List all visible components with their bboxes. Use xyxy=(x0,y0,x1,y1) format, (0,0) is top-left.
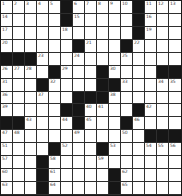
clue-number-60: 60 xyxy=(2,169,8,174)
cell-r5c6[interactable] xyxy=(73,66,85,79)
cell-r2c8[interactable] xyxy=(97,27,109,40)
cell-r11c6[interactable] xyxy=(73,143,85,156)
clue-number-8: 8 xyxy=(98,1,101,6)
clue-number-37: 37 xyxy=(38,92,44,97)
cell-r10c5[interactable] xyxy=(61,130,73,143)
clue-number-50: 50 xyxy=(122,130,128,135)
cell-r3c5[interactable] xyxy=(61,40,73,53)
black-cell-r13c3 xyxy=(37,169,49,182)
clue-number-46: 46 xyxy=(134,117,140,122)
cell-r11c9[interactable]: 53 xyxy=(109,143,121,156)
cell-r2c5[interactable]: 18 xyxy=(61,27,73,40)
clue-number-62: 62 xyxy=(122,169,128,174)
cell-r13c7[interactable] xyxy=(85,169,97,182)
clue-number-30: 30 xyxy=(110,66,116,71)
cell-r6c6[interactable] xyxy=(73,79,85,92)
clue-number-64: 64 xyxy=(50,182,56,187)
cell-r5c11[interactable] xyxy=(133,66,145,79)
cell-r14c10[interactable]: 65 xyxy=(121,182,133,195)
clue-number-58: 58 xyxy=(50,156,56,161)
cell-r12c7[interactable] xyxy=(85,156,97,169)
cell-r11c1[interactable] xyxy=(13,143,25,156)
clue-number-23: 23 xyxy=(38,53,44,58)
clue-number-24: 24 xyxy=(74,53,80,58)
clue-number-57: 57 xyxy=(2,156,8,161)
cell-r1c0[interactable]: 14 xyxy=(1,14,13,27)
black-cell-r6c9 xyxy=(109,79,121,92)
cell-r14c7[interactable] xyxy=(85,182,97,195)
black-cell-r1c11 xyxy=(133,14,145,27)
cell-r1c8[interactable] xyxy=(97,14,109,27)
clue-number-42: 42 xyxy=(146,104,152,109)
cell-r5c5[interactable]: 29 xyxy=(61,66,73,79)
cell-r8c9[interactable] xyxy=(109,104,121,117)
cell-r3c0[interactable]: 20 xyxy=(1,40,13,53)
clue-number-55: 55 xyxy=(158,143,164,148)
cell-r12c0[interactable]: 57 xyxy=(1,156,13,169)
clue-number-59: 59 xyxy=(98,156,104,161)
clue-number-65: 65 xyxy=(122,182,128,187)
clue-number-43: 43 xyxy=(26,117,32,122)
clue-number-28: 28 xyxy=(26,66,32,71)
black-cell-r9c10 xyxy=(121,117,133,130)
cell-r1c10[interactable] xyxy=(121,14,133,27)
black-cell-r8c11 xyxy=(133,104,145,117)
cell-r1c12[interactable]: 16 xyxy=(145,14,157,27)
cell-r1c6[interactable]: 15 xyxy=(73,14,85,27)
clue-number-21: 21 xyxy=(86,40,92,45)
cell-r9c12[interactable] xyxy=(145,117,157,130)
clue-number-6: 6 xyxy=(74,1,77,6)
cell-r6c10[interactable]: 33 xyxy=(121,79,133,92)
cell-r4c14[interactable] xyxy=(169,53,181,66)
cell-r0c7[interactable]: 7 xyxy=(85,1,97,14)
cell-r12c5[interactable] xyxy=(61,156,73,169)
cell-r11c3[interactable] xyxy=(37,143,49,156)
black-cell-r5c8 xyxy=(97,66,109,79)
clue-number-20: 20 xyxy=(2,40,8,45)
cell-r5c12[interactable] xyxy=(145,66,157,79)
cell-r13c0[interactable]: 60 xyxy=(1,169,13,182)
cell-r8c10[interactable] xyxy=(121,104,133,117)
crossword-grid: 1234567891011121314151617181920212223242… xyxy=(0,0,182,196)
cell-r7c1[interactable] xyxy=(13,92,25,105)
cell-r9c11[interactable]: 46 xyxy=(133,117,145,130)
cell-r1c3[interactable] xyxy=(37,14,49,27)
cell-r2c2[interactable] xyxy=(25,27,37,40)
cell-r5c0[interactable]: 26 xyxy=(1,66,13,79)
cell-r11c0[interactable]: 51 xyxy=(1,143,13,156)
cell-r10c2[interactable] xyxy=(25,130,37,143)
cell-r14c2[interactable] xyxy=(25,182,37,195)
black-cell-r8c5 xyxy=(61,104,73,117)
black-cell-r3c10 xyxy=(121,40,133,53)
cell-r10c11[interactable] xyxy=(133,130,145,143)
cell-r12c12[interactable] xyxy=(145,156,157,169)
cell-r11c13[interactable]: 55 xyxy=(157,143,169,156)
cell-r14c6[interactable] xyxy=(73,182,85,195)
cell-r1c13[interactable] xyxy=(157,14,169,27)
cell-r2c12[interactable]: 19 xyxy=(145,27,157,40)
cell-r7c2[interactable] xyxy=(25,92,37,105)
cell-r13c13[interactable] xyxy=(157,169,169,182)
cell-r12c10[interactable] xyxy=(121,156,133,169)
cell-r6c4[interactable]: 32 xyxy=(49,79,61,92)
cell-r2c9[interactable] xyxy=(109,27,121,40)
clue-number-26: 26 xyxy=(2,66,8,71)
black-cell-r1c5 xyxy=(61,14,73,27)
black-cell-r3c6 xyxy=(73,40,85,53)
cell-r3c4[interactable] xyxy=(49,40,61,53)
cell-r12c14[interactable] xyxy=(169,156,181,169)
black-cell-r4c2 xyxy=(25,53,37,66)
cell-r0c0[interactable]: 1 xyxy=(1,1,13,14)
black-cell-r9c1 xyxy=(13,117,25,130)
cell-r9c2[interactable]: 43 xyxy=(25,117,37,130)
cell-r12c4[interactable]: 58 xyxy=(49,156,61,169)
cell-r3c2[interactable] xyxy=(25,40,37,53)
cell-r3c13[interactable] xyxy=(157,40,169,53)
cell-r12c6[interactable] xyxy=(73,156,85,169)
cell-r13c14[interactable] xyxy=(169,169,181,182)
clue-number-34: 34 xyxy=(158,79,164,84)
cell-r8c4[interactable] xyxy=(49,104,61,117)
cell-r7c14[interactable] xyxy=(169,92,181,105)
black-cell-r7c8 xyxy=(97,92,109,105)
cell-r13c6[interactable] xyxy=(73,169,85,182)
clue-number-13: 13 xyxy=(170,1,176,6)
cell-r5c3[interactable] xyxy=(37,66,49,79)
cell-r7c0[interactable]: 36 xyxy=(1,92,13,105)
clue-number-11: 11 xyxy=(146,1,152,6)
clue-number-19: 19 xyxy=(146,27,152,32)
clue-number-9: 9 xyxy=(110,1,113,6)
black-cell-r9c6 xyxy=(73,117,85,130)
cell-r6c14[interactable]: 35 xyxy=(169,79,181,92)
black-cell-r8c6 xyxy=(73,104,85,117)
cell-r4c4[interactable] xyxy=(49,53,61,66)
clue-number-22: 22 xyxy=(134,40,140,45)
black-cell-r14c9 xyxy=(109,182,121,195)
black-cell-r11c8 xyxy=(97,143,109,156)
cell-r9c13[interactable] xyxy=(157,117,169,130)
cell-r8c13[interactable] xyxy=(157,104,169,117)
cell-r11c10[interactable] xyxy=(121,143,133,156)
cell-r12c1[interactable] xyxy=(13,156,25,169)
cell-r13c8[interactable] xyxy=(97,169,109,182)
cell-r3c8[interactable] xyxy=(97,40,109,53)
cell-r2c14[interactable] xyxy=(169,27,181,40)
cell-r14c5[interactable] xyxy=(61,182,73,195)
black-cell-r10c13 xyxy=(157,130,169,143)
cell-r10c7[interactable] xyxy=(85,130,97,143)
cell-r2c1[interactable] xyxy=(13,27,25,40)
cell-r3c7[interactable]: 21 xyxy=(85,40,97,53)
cell-r8c14[interactable] xyxy=(169,104,181,117)
black-cell-r13c9 xyxy=(109,169,121,182)
cell-r3c9[interactable] xyxy=(109,40,121,53)
cell-r7c9[interactable]: 38 xyxy=(109,92,121,105)
clue-number-25: 25 xyxy=(122,53,128,58)
clue-number-45: 45 xyxy=(86,117,92,122)
cell-r5c9[interactable]: 30 xyxy=(109,66,121,79)
black-cell-r2c11 xyxy=(133,27,145,40)
cell-r6c5[interactable] xyxy=(61,79,73,92)
cell-r7c13[interactable] xyxy=(157,92,169,105)
cell-r13c5[interactable] xyxy=(61,169,73,182)
cell-r9c5[interactable]: 44 xyxy=(61,117,73,130)
cell-r2c13[interactable] xyxy=(157,27,169,40)
black-cell-r5c13 xyxy=(157,66,169,79)
cell-r0c8[interactable]: 8 xyxy=(97,1,109,14)
black-cell-r5c4 xyxy=(49,66,61,79)
black-cell-r0c11 xyxy=(133,1,145,14)
cell-r6c11[interactable] xyxy=(133,79,145,92)
cell-r1c2[interactable] xyxy=(25,14,37,27)
clue-number-3: 3 xyxy=(26,1,29,6)
clue-number-40: 40 xyxy=(86,104,92,109)
clue-number-53: 53 xyxy=(110,143,116,148)
clue-number-63: 63 xyxy=(2,182,8,187)
cell-r12c2[interactable] xyxy=(25,156,37,169)
cell-r4c7[interactable] xyxy=(85,53,97,66)
cell-r7c5[interactable] xyxy=(61,92,73,105)
black-cell-r11c4 xyxy=(49,143,61,156)
cell-r9c8[interactable] xyxy=(97,117,109,130)
cell-r14c12[interactable] xyxy=(145,182,157,195)
clue-number-29: 29 xyxy=(62,66,68,71)
cell-r14c1[interactable] xyxy=(13,182,25,195)
cell-r6c7[interactable] xyxy=(85,79,97,92)
cell-r10c3[interactable] xyxy=(37,130,49,143)
cell-r8c2[interactable] xyxy=(25,104,37,117)
cell-r10c0[interactable]: 47 xyxy=(1,130,13,143)
clue-number-52: 52 xyxy=(62,143,68,148)
cell-r13c4[interactable]: 61 xyxy=(49,169,61,182)
cell-r8c8[interactable]: 41 xyxy=(97,104,109,117)
cell-r11c12[interactable]: 54 xyxy=(145,143,157,156)
clue-number-7: 7 xyxy=(86,1,89,6)
cell-r2c6[interactable] xyxy=(73,27,85,40)
cell-r8c0[interactable]: 39 xyxy=(1,104,13,117)
cell-r0c4[interactable]: 5 xyxy=(49,1,61,14)
cell-r10c10[interactable]: 50 xyxy=(121,130,133,143)
cell-r4c8[interactable] xyxy=(97,53,109,66)
cell-r4c9[interactable] xyxy=(109,53,121,66)
cell-r6c2[interactable] xyxy=(25,79,37,92)
cell-r0c14[interactable]: 13 xyxy=(169,1,181,14)
cell-r6c13[interactable]: 34 xyxy=(157,79,169,92)
cell-r9c14[interactable] xyxy=(169,117,181,130)
cell-r8c7[interactable]: 40 xyxy=(85,104,97,117)
cell-r12c9[interactable] xyxy=(109,156,121,169)
cell-r0c2[interactable]: 3 xyxy=(25,1,37,14)
black-cell-r0c5 xyxy=(61,1,73,14)
clue-number-33: 33 xyxy=(122,79,128,84)
cell-r2c0[interactable]: 17 xyxy=(1,27,13,40)
cell-r7c11[interactable] xyxy=(133,92,145,105)
cell-r9c9[interactable] xyxy=(109,117,121,130)
cell-r0c3[interactable]: 4 xyxy=(37,1,49,14)
cell-r3c11[interactable]: 22 xyxy=(133,40,145,53)
clue-number-27: 27 xyxy=(14,66,20,71)
cell-r13c2[interactable] xyxy=(25,169,37,182)
cell-r4c6[interactable]: 24 xyxy=(73,53,85,66)
cell-r4c10[interactable]: 25 xyxy=(121,53,133,66)
cell-r1c14[interactable] xyxy=(169,14,181,27)
clue-number-44: 44 xyxy=(62,117,68,122)
cell-r11c5[interactable]: 52 xyxy=(61,143,73,156)
black-cell-r7c7 xyxy=(85,92,97,105)
cell-r3c14[interactable] xyxy=(169,40,181,53)
cell-r14c11[interactable] xyxy=(133,182,145,195)
clue-number-4: 4 xyxy=(38,1,41,6)
cell-r5c2[interactable]: 28 xyxy=(25,66,37,79)
clue-number-16: 16 xyxy=(146,14,152,19)
clue-number-5: 5 xyxy=(50,1,53,6)
clue-number-36: 36 xyxy=(2,92,8,97)
cell-r4c13[interactable] xyxy=(157,53,169,66)
cell-r2c3[interactable] xyxy=(37,27,49,40)
cell-r9c7[interactable]: 45 xyxy=(85,117,97,130)
black-cell-r10c14 xyxy=(169,130,181,143)
cell-r0c10[interactable]: 10 xyxy=(121,1,133,14)
cell-r3c3[interactable] xyxy=(37,40,49,53)
cell-r6c12[interactable] xyxy=(145,79,157,92)
clue-number-12: 12 xyxy=(158,1,164,6)
black-cell-r7c6 xyxy=(73,92,85,105)
cell-r11c11[interactable] xyxy=(133,143,145,156)
cell-r12c11[interactable] xyxy=(133,156,145,169)
cell-r1c7[interactable] xyxy=(85,14,97,27)
cell-r9c3[interactable] xyxy=(37,117,49,130)
cell-r5c10[interactable] xyxy=(121,66,133,79)
clue-number-1: 1 xyxy=(2,1,5,6)
cell-r4c3[interactable]: 23 xyxy=(37,53,49,66)
black-cell-r12c3 xyxy=(37,156,49,169)
clue-number-49: 49 xyxy=(74,130,80,135)
cell-r1c1[interactable] xyxy=(13,14,25,27)
cell-r13c12[interactable] xyxy=(145,169,157,182)
black-cell-r4c0 xyxy=(1,53,13,66)
cell-r3c12[interactable] xyxy=(145,40,157,53)
black-cell-r6c8 xyxy=(97,79,109,92)
cell-r14c4[interactable]: 64 xyxy=(49,182,61,195)
cell-r10c4[interactable] xyxy=(49,130,61,143)
black-cell-r14c3 xyxy=(37,182,49,195)
clue-number-39: 39 xyxy=(2,104,8,109)
clue-number-18: 18 xyxy=(62,27,68,32)
black-cell-r9c0 xyxy=(1,117,13,130)
cell-r7c4[interactable] xyxy=(49,92,61,105)
cell-r10c6[interactable]: 49 xyxy=(73,130,85,143)
clue-number-2: 2 xyxy=(14,1,17,6)
black-cell-r4c1 xyxy=(13,53,25,66)
cell-r1c9[interactable] xyxy=(109,14,121,27)
cell-r4c12[interactable] xyxy=(145,53,157,66)
cell-r7c3[interactable]: 37 xyxy=(37,92,49,105)
cell-r2c4[interactable] xyxy=(49,27,61,40)
cell-r14c14[interactable] xyxy=(169,182,181,195)
cell-r7c12[interactable] xyxy=(145,92,157,105)
clue-number-48: 48 xyxy=(14,130,20,135)
cell-r6c0[interactable]: 31 xyxy=(1,79,13,92)
cell-r8c1[interactable] xyxy=(13,104,25,117)
cell-r5c7[interactable] xyxy=(85,66,97,79)
clue-number-47: 47 xyxy=(2,130,8,135)
cell-r10c9[interactable] xyxy=(109,130,121,143)
clue-number-15: 15 xyxy=(74,14,80,19)
cell-r0c1[interactable]: 2 xyxy=(13,1,25,14)
cell-r13c10[interactable]: 62 xyxy=(121,169,133,182)
clue-number-17: 17 xyxy=(2,27,8,32)
cell-r13c1[interactable] xyxy=(13,169,25,182)
clue-number-51: 51 xyxy=(2,143,8,148)
cell-r8c3[interactable] xyxy=(37,104,49,117)
cell-r0c12[interactable]: 11 xyxy=(145,1,157,14)
clue-number-54: 54 xyxy=(146,143,152,148)
cell-r4c11[interactable] xyxy=(133,53,145,66)
cell-r7c10[interactable] xyxy=(121,92,133,105)
cell-r10c8[interactable] xyxy=(97,130,109,143)
cell-r10c1[interactable]: 48 xyxy=(13,130,25,143)
black-cell-r5c14 xyxy=(169,66,181,79)
cell-r0c9[interactable]: 9 xyxy=(109,1,121,14)
cell-r2c10[interactable] xyxy=(121,27,133,40)
cell-r0c6[interactable]: 6 xyxy=(73,1,85,14)
cell-r6c1[interactable] xyxy=(13,79,25,92)
clue-number-61: 61 xyxy=(50,169,56,174)
cell-r12c8[interactable]: 59 xyxy=(97,156,109,169)
clue-number-38: 38 xyxy=(110,92,116,97)
clue-number-14: 14 xyxy=(2,14,8,19)
cell-r11c14[interactable]: 56 xyxy=(169,143,181,156)
cell-r11c7[interactable] xyxy=(85,143,97,156)
cell-r14c13[interactable] xyxy=(157,182,169,195)
black-cell-r6c3 xyxy=(37,79,49,92)
cell-r0c13[interactable]: 12 xyxy=(157,1,169,14)
cell-r1c4[interactable] xyxy=(49,14,61,27)
clue-number-56: 56 xyxy=(170,143,176,148)
cell-r8c12[interactable]: 42 xyxy=(145,104,157,117)
cell-r3c1[interactable] xyxy=(13,40,25,53)
clue-number-31: 31 xyxy=(2,79,8,84)
cell-r14c0[interactable]: 63 xyxy=(1,182,13,195)
cell-r13c11[interactable] xyxy=(133,169,145,182)
cell-r2c7[interactable] xyxy=(85,27,97,40)
cell-r11c2[interactable] xyxy=(25,143,37,156)
black-cell-r10c12 xyxy=(145,130,157,143)
cell-r12c13[interactable] xyxy=(157,156,169,169)
cell-r4c5[interactable] xyxy=(61,53,73,66)
cell-r14c8[interactable] xyxy=(97,182,109,195)
cell-r9c4[interactable] xyxy=(49,117,61,130)
clue-number-35: 35 xyxy=(170,79,176,84)
clue-number-41: 41 xyxy=(98,104,104,109)
cell-r5c1[interactable]: 27 xyxy=(13,66,25,79)
clue-number-32: 32 xyxy=(50,79,56,84)
clue-number-10: 10 xyxy=(122,1,128,6)
